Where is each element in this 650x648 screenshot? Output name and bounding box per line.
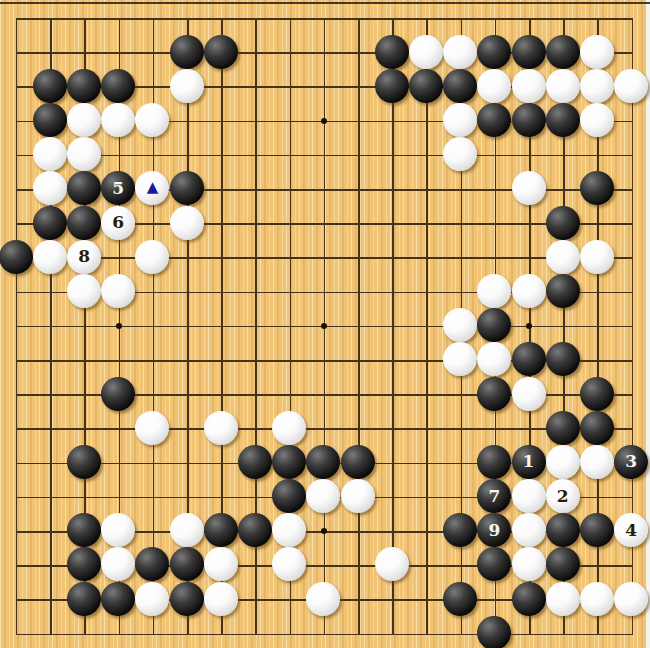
stone-black: 3 [614,445,648,479]
stone-black [101,69,135,103]
stone-white [67,103,101,137]
stone-black [204,513,238,547]
move-number-label: 3 [625,453,637,470]
stone-white [306,582,340,616]
stone-white [170,206,204,240]
stone-black [443,513,477,547]
stone-black [306,445,340,479]
stone-white [443,103,477,137]
stone-white [135,411,169,445]
stone-white [101,274,135,308]
move-number-label: 4 [625,522,637,539]
move-number-label: 7 [488,488,500,505]
stone-white [272,411,306,445]
stone-white [580,35,614,69]
stone-white [512,377,546,411]
stone-black [477,35,511,69]
stone-white [443,308,477,342]
stone-white [272,547,306,581]
stone-white [135,103,169,137]
stone-black [580,411,614,445]
stone-white [409,35,443,69]
stone-black [33,103,67,137]
move-number-label: 6 [112,214,124,231]
stone-white [443,342,477,376]
stone-white [546,69,580,103]
stone-white [33,240,67,274]
move-number-label: 1 [523,453,535,470]
stone-white [67,274,101,308]
stone-white [101,547,135,581]
stone-black [170,35,204,69]
stone-black [512,103,546,137]
stone-white [477,274,511,308]
stone-white [546,445,580,479]
stone-black [170,582,204,616]
stone-white: 2 [546,479,580,513]
stone-white [512,479,546,513]
stone-white [306,479,340,513]
stone-black [546,513,580,547]
stone-black [238,445,272,479]
stone-black [67,69,101,103]
stone-white [101,513,135,547]
screenshot-root: 5▲68137294 [0,0,650,648]
stone-black [546,547,580,581]
stone-black [101,582,135,616]
stone-black: 9 [477,513,511,547]
stone-white: ▲ [135,171,169,205]
stone-white [546,582,580,616]
stone-white: 8 [67,240,101,274]
stone-white [614,582,648,616]
stone-white [580,69,614,103]
stone-white [512,274,546,308]
stone-black [33,69,67,103]
stone-black [512,342,546,376]
stone-white [580,103,614,137]
stone-black [204,35,238,69]
stone-black [375,69,409,103]
stone-black [272,479,306,513]
stone-white [580,240,614,274]
stone-white [341,479,375,513]
stone-white [170,513,204,547]
stone-white [477,342,511,376]
stone-white [512,171,546,205]
stone-white [443,137,477,171]
go-board[interactable]: 5▲68137294 [0,0,648,648]
stone-black [546,274,580,308]
stone-black [477,103,511,137]
stone-black [512,35,546,69]
stone-white [512,547,546,581]
stone-black [546,103,580,137]
stone-white [204,582,238,616]
stone-black [341,445,375,479]
stone-black [443,582,477,616]
stone-black [477,377,511,411]
stone-black [67,513,101,547]
stone-black [477,547,511,581]
stone-black: 1 [512,445,546,479]
stone-black [580,513,614,547]
stone-black [238,513,272,547]
stone-black [67,445,101,479]
stone-white [512,69,546,103]
stone-white [512,513,546,547]
stone-black [477,616,511,648]
stone-white [443,35,477,69]
stone-white [272,513,306,547]
stone-white [546,240,580,274]
stone-black [477,308,511,342]
move-number-label: 2 [557,488,569,505]
stone-black [375,35,409,69]
stone-white [101,103,135,137]
stone-black [67,171,101,205]
stone-white [204,411,238,445]
move-number-label: 9 [488,522,500,539]
move-number-label: 5 [112,180,124,197]
stone-black [512,582,546,616]
stone-black [272,445,306,479]
stone-black [546,206,580,240]
stone-white [33,171,67,205]
stone-black: 7 [477,479,511,513]
stone-black [135,547,169,581]
stone-black [67,582,101,616]
stone-black [546,411,580,445]
stone-black [580,377,614,411]
stone-white [33,137,67,171]
stone-white [135,240,169,274]
stone-black [67,547,101,581]
stone-black [580,171,614,205]
stone-white: 4 [614,513,648,547]
stone-black [33,206,67,240]
move-number-label: 8 [78,248,90,265]
stone-black [546,35,580,69]
stone-black [477,445,511,479]
stone-black [546,342,580,376]
stone-white [580,582,614,616]
stone-white [67,137,101,171]
stone-black [170,547,204,581]
stone-white [477,69,511,103]
stone-white [375,547,409,581]
stone-white [204,547,238,581]
stone-black: 5 [101,171,135,205]
stone-white [580,445,614,479]
stone-black [67,206,101,240]
stone-white [614,69,648,103]
stone-black [101,377,135,411]
triangle-marker: ▲ [147,180,159,195]
stone-white: 6 [101,206,135,240]
stone-black [409,69,443,103]
stone-black [443,69,477,103]
stone-white [170,69,204,103]
stone-white [135,582,169,616]
stone-black [170,171,204,205]
stone-black [0,240,33,274]
